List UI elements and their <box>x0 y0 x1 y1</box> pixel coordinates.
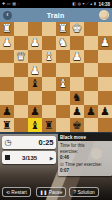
square-g3[interactable]: ♛ <box>14 50 28 64</box>
piece-wP-h2: ♟ <box>2 36 12 49</box>
square-b7[interactable]: ♟ <box>84 105 98 119</box>
square-b1[interactable] <box>84 22 98 36</box>
square-d3[interactable] <box>56 50 70 64</box>
piece-wP-c3: ♟ <box>72 50 82 63</box>
status-icon: ✚ <box>2 2 5 6</box>
status-icon: ▭ <box>7 2 11 6</box>
square-c7[interactable]: ♟ <box>70 105 84 119</box>
tooltip-value1: 0:46 <box>60 155 110 161</box>
square-d1[interactable]: ♜ <box>56 22 70 36</box>
restart-label: Restart <box>11 190 26 195</box>
square-b6[interactable] <box>84 91 98 105</box>
square-g6[interactable] <box>14 91 28 105</box>
piece-bR-h8: ♜ <box>2 119 12 132</box>
square-a7[interactable]: ♟ <box>98 105 112 119</box>
move-tooltip: Black move Time for this exercise: 0:46 … <box>58 133 112 176</box>
tooltip-body: Time for this exercise: 0:46 ∅ Time per … <box>58 141 112 176</box>
back-button[interactable]: ‹ <box>3 11 12 20</box>
piece-wP-f2: ♟ <box>30 36 40 49</box>
square-a5[interactable] <box>98 77 112 91</box>
piece-wP-a2: ♟ <box>100 36 110 49</box>
status-icons-left: ✚▭▦◌ <box>2 2 20 6</box>
app-screen: ✚▭▦◌ ◧◍▾⟋▴▮ 14:38 ‹ Train ♜♜♚♟♟♞♟♛♝♟♟♝♝♞… <box>0 0 112 200</box>
user-avatar[interactable] <box>99 10 109 20</box>
action-buttons: ⟲ Restart ❚❚ Pause ? Solution <box>2 187 110 197</box>
piece-wB-e3: ♝ <box>44 50 54 63</box>
square-a8[interactable] <box>98 118 112 132</box>
progress-card: 3/135 ▶ <box>2 151 56 164</box>
square-f8[interactable]: ♝ <box>28 118 42 132</box>
piece-bP-b7: ♟ <box>86 105 96 118</box>
piece-wQ-g3: ♛ <box>16 50 26 63</box>
restart-icon: ⟲ <box>6 190 10 195</box>
square-g7[interactable] <box>14 105 28 119</box>
square-d2[interactable]: ♞ <box>56 36 70 50</box>
status-icons-right: ◧◍▾⟋▴▮ 14:38 <box>72 2 110 7</box>
status-icon-group: ◧◍▾⟋▴▮ <box>72 2 96 6</box>
square-b8[interactable] <box>84 118 98 132</box>
status-clock: 14:38 <box>98 2 110 7</box>
piece-bN-c6: ♞ <box>72 91 82 104</box>
piece-wR-d1: ♜ <box>58 22 68 35</box>
piece-wN-d2: ♞ <box>58 36 68 49</box>
square-d7[interactable] <box>56 105 70 119</box>
square-f2[interactable]: ♟ <box>28 36 42 50</box>
piece-wB-d5: ♝ <box>58 77 68 90</box>
square-c4[interactable] <box>70 63 84 77</box>
timer-value: 0:25 <box>38 138 53 147</box>
pause-button[interactable]: ❚❚ Pause <box>36 187 67 197</box>
status-icon: ▮ <box>94 2 96 6</box>
square-e8[interactable]: ♜ <box>42 118 56 132</box>
square-h8[interactable]: ♜ <box>0 118 14 132</box>
square-g2[interactable] <box>14 36 28 50</box>
square-h2[interactable]: ♟ <box>0 36 14 50</box>
square-e5[interactable] <box>42 77 56 91</box>
status-icon: ▾ <box>82 2 84 6</box>
square-h3[interactable] <box>0 50 14 64</box>
piece-bP-a7: ♟ <box>100 105 110 118</box>
restart-button[interactable]: ⟲ Restart <box>2 187 31 197</box>
clock-icon: ◷ <box>5 138 12 147</box>
solution-label: Solution <box>77 190 94 195</box>
status-icon: ▴ <box>90 2 92 6</box>
square-c8[interactable]: ♚ <box>70 118 84 132</box>
next-exercise-icon[interactable]: ▶ <box>50 155 54 161</box>
square-b5[interactable] <box>84 77 98 91</box>
square-f6[interactable] <box>28 91 42 105</box>
piece-bK-c8: ♚ <box>72 119 82 132</box>
square-d5[interactable]: ♝ <box>56 77 70 91</box>
status-icon: ⟋ <box>86 2 89 6</box>
piece-wR-h1: ♜ <box>2 22 12 35</box>
square-d6[interactable] <box>56 91 70 105</box>
bottom-panel: ◷ 0:25 3/135 ▶ Black move Time for this … <box>0 132 112 200</box>
square-e7[interactable] <box>42 105 56 119</box>
piece-wK-c1: ♚ <box>72 22 82 35</box>
tooltip-title: Black move <box>58 133 112 141</box>
piece-bP-c7: ♟ <box>72 105 82 118</box>
exercise-progress: 3/135 <box>22 155 37 161</box>
piece-bP-f7: ♟ <box>30 105 40 118</box>
square-d8[interactable] <box>56 118 70 132</box>
square-e2[interactable] <box>42 36 56 50</box>
piece-bR-e8: ♜ <box>44 119 54 132</box>
app-header: ‹ Train <box>0 8 112 22</box>
solution-icon: ? <box>73 190 76 195</box>
square-h1[interactable]: ♜ <box>0 22 14 36</box>
square-g4[interactable] <box>14 63 28 77</box>
square-f1[interactable] <box>28 22 42 36</box>
square-e6[interactable] <box>42 91 56 105</box>
square-h7[interactable]: ♟ <box>0 105 14 119</box>
status-icon: ◍ <box>77 2 81 6</box>
square-c6[interactable]: ♞ <box>70 91 84 105</box>
square-b4[interactable] <box>84 63 98 77</box>
square-g1[interactable] <box>14 22 28 36</box>
tooltip-value2: 0:07 <box>60 168 110 174</box>
page-title: Train <box>47 12 65 19</box>
square-e1[interactable] <box>42 22 56 36</box>
square-h5[interactable] <box>0 77 14 91</box>
square-a1[interactable] <box>98 22 112 36</box>
square-a3[interactable] <box>98 50 112 64</box>
piece-wP-f4: ♟ <box>30 64 40 77</box>
chess-board: ♜♜♚♟♟♞♟♛♝♟♟♝♝♞♟♟♟♟♟♜♝♜♚ <box>0 22 112 132</box>
status-icon: ◌ <box>17 2 19 6</box>
tooltip-line1: Time for this exercise: <box>60 143 94 154</box>
square-g8[interactable] <box>14 118 28 132</box>
square-f3[interactable] <box>28 50 42 64</box>
square-e3[interactable]: ♝ <box>42 50 56 64</box>
square-a2[interactable]: ♟ <box>98 36 112 50</box>
square-c2[interactable] <box>70 36 84 50</box>
stop-icon[interactable] <box>5 155 10 160</box>
square-d4[interactable] <box>56 63 70 77</box>
piece-bP-h7: ♟ <box>2 105 12 118</box>
square-h4[interactable] <box>0 63 14 77</box>
square-a4[interactable] <box>98 63 112 77</box>
square-f5[interactable]: ♝ <box>28 77 42 91</box>
square-c5[interactable] <box>70 77 84 91</box>
piece-bB-f5: ♝ <box>30 77 40 90</box>
square-a6[interactable] <box>98 91 112 105</box>
square-c1[interactable]: ♚ <box>70 22 84 36</box>
square-b2[interactable] <box>84 36 98 50</box>
pause-icon: ❚❚ <box>40 190 48 195</box>
square-e4[interactable] <box>42 63 56 77</box>
pause-label: Pause <box>49 190 63 195</box>
status-bar: ✚▭▦◌ ◧◍▾⟋▴▮ 14:38 <box>0 0 112 8</box>
status-icon: ▦ <box>12 2 16 6</box>
timer-card: ◷ 0:25 <box>2 136 56 149</box>
square-g5[interactable] <box>14 77 28 91</box>
solution-button[interactable]: ? Solution <box>69 187 98 197</box>
tooltip-line2: ∅ Time per exercise: <box>60 162 110 168</box>
square-f7[interactable]: ♟ <box>28 105 42 119</box>
status-icon: ◧ <box>72 2 76 6</box>
square-f4[interactable]: ♟ <box>28 63 42 77</box>
square-c3[interactable]: ♟ <box>70 50 84 64</box>
back-icon: ‹ <box>6 11 8 18</box>
square-b3[interactable] <box>84 50 98 64</box>
square-h6[interactable] <box>0 91 14 105</box>
piece-bB-f8: ♝ <box>30 119 40 132</box>
